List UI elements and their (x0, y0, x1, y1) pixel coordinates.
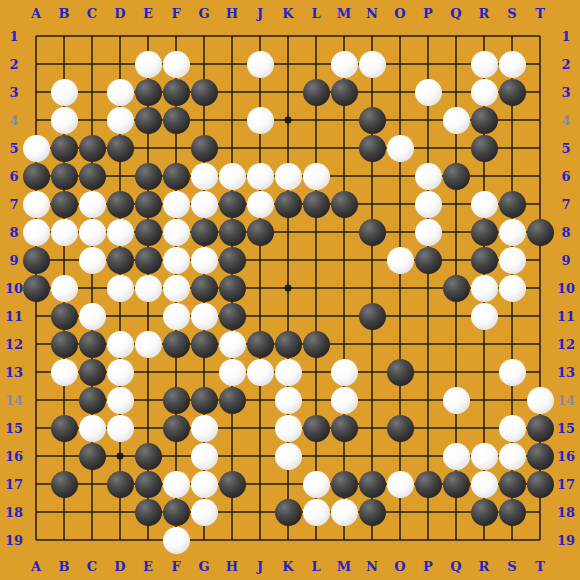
star-point-K4 (285, 117, 292, 124)
col-bottom-label-N: N (366, 560, 378, 573)
black-stone-C5 (79, 135, 106, 162)
black-stone-D17 (107, 471, 134, 498)
black-stone-J8 (247, 219, 274, 246)
white-stone-S9 (499, 247, 526, 274)
black-stone-E9 (135, 247, 162, 274)
black-stone-F15 (163, 415, 190, 442)
white-stone-P6 (415, 163, 442, 190)
black-stone-H8 (219, 219, 246, 246)
row-right-label-12: 12 (557, 338, 575, 351)
row-left-label-11: 11 (5, 310, 23, 323)
col-bottom-label-T: T (535, 560, 545, 573)
white-stone-F7 (163, 191, 190, 218)
white-stone-S16 (499, 443, 526, 470)
black-stone-C12 (79, 331, 106, 358)
black-stone-A9 (23, 247, 50, 274)
black-stone-R5 (471, 135, 498, 162)
col-bottom-label-O: O (394, 560, 405, 573)
black-stone-M17 (331, 471, 358, 498)
black-stone-S17 (499, 471, 526, 498)
row-left-label-2: 2 (9, 58, 18, 71)
col-top-label-R: R (479, 7, 490, 20)
black-stone-P17 (415, 471, 442, 498)
col-top-label-T: T (535, 7, 545, 20)
col-bottom-label-K: K (282, 560, 293, 573)
black-stone-H7 (219, 191, 246, 218)
white-stone-E2 (135, 51, 162, 78)
white-stone-R17 (471, 471, 498, 498)
white-stone-G11 (191, 303, 218, 330)
white-stone-C9 (79, 247, 106, 274)
black-stone-N4 (359, 107, 386, 134)
black-stone-D5 (107, 135, 134, 162)
row-left-label-5: 5 (9, 142, 18, 155)
row-left-label-6: 6 (9, 170, 18, 183)
black-stone-O15 (387, 415, 414, 442)
white-stone-J13 (247, 359, 274, 386)
white-stone-O17 (387, 471, 414, 498)
row-right-label-5: 5 (561, 142, 570, 155)
black-stone-L7 (303, 191, 330, 218)
black-stone-S18 (499, 499, 526, 526)
white-stone-J7 (247, 191, 274, 218)
black-stone-J12 (247, 331, 274, 358)
white-stone-B13 (51, 359, 78, 386)
black-stone-Q6 (443, 163, 470, 190)
row-right-label-3: 3 (561, 86, 570, 99)
black-stone-K7 (275, 191, 302, 218)
black-stone-G12 (191, 331, 218, 358)
black-stone-A6 (23, 163, 50, 190)
white-stone-C7 (79, 191, 106, 218)
black-stone-O13 (387, 359, 414, 386)
row-right-label-2: 2 (561, 58, 570, 71)
white-stone-D4 (107, 107, 134, 134)
star-point-D16 (117, 453, 124, 460)
row-left-label-7: 7 (9, 198, 18, 211)
black-stone-A10 (23, 275, 50, 302)
white-stone-F8 (163, 219, 190, 246)
white-stone-F17 (163, 471, 190, 498)
row-right-label-19: 19 (557, 534, 575, 547)
black-stone-B11 (51, 303, 78, 330)
black-stone-B15 (51, 415, 78, 442)
white-stone-G18 (191, 499, 218, 526)
black-stone-D7 (107, 191, 134, 218)
white-stone-L17 (303, 471, 330, 498)
white-stone-Q4 (443, 107, 470, 134)
white-stone-K15 (275, 415, 302, 442)
row-right-label-18: 18 (557, 506, 575, 519)
black-stone-F18 (163, 499, 190, 526)
row-left-label-15: 15 (5, 422, 23, 435)
black-stone-M7 (331, 191, 358, 218)
white-stone-C8 (79, 219, 106, 246)
white-stone-C15 (79, 415, 106, 442)
row-right-label-10: 10 (557, 282, 575, 295)
black-stone-F6 (163, 163, 190, 190)
black-stone-C13 (79, 359, 106, 386)
col-bottom-label-J: J (257, 560, 263, 573)
white-stone-L6 (303, 163, 330, 190)
col-top-label-Q: Q (450, 7, 461, 20)
white-stone-H12 (219, 331, 246, 358)
white-stone-M18 (331, 499, 358, 526)
black-stone-N17 (359, 471, 386, 498)
black-stone-L3 (303, 79, 330, 106)
white-stone-R7 (471, 191, 498, 218)
black-stone-B5 (51, 135, 78, 162)
white-stone-G6 (191, 163, 218, 190)
black-stone-C16 (79, 443, 106, 470)
black-stone-B7 (51, 191, 78, 218)
col-bottom-label-Q: Q (450, 560, 461, 573)
row-left-label-1: 1 (9, 30, 18, 43)
white-stone-J6 (247, 163, 274, 190)
white-stone-G7 (191, 191, 218, 218)
row-right-label-11: 11 (557, 310, 575, 323)
white-stone-T14 (527, 387, 554, 414)
col-top-label-P: P (423, 7, 433, 20)
black-stone-P9 (415, 247, 442, 274)
col-top-label-H: H (226, 7, 238, 20)
col-bottom-label-R: R (479, 560, 490, 573)
row-right-label-8: 8 (561, 226, 570, 239)
white-stone-H13 (219, 359, 246, 386)
black-stone-E17 (135, 471, 162, 498)
black-stone-T15 (527, 415, 554, 442)
white-stone-S10 (499, 275, 526, 302)
row-left-label-17: 17 (5, 478, 23, 491)
row-left-label-12: 12 (5, 338, 23, 351)
black-stone-B6 (51, 163, 78, 190)
col-top-label-M: M (337, 7, 351, 20)
black-stone-R18 (471, 499, 498, 526)
white-stone-H6 (219, 163, 246, 190)
white-stone-K6 (275, 163, 302, 190)
white-stone-D14 (107, 387, 134, 414)
white-stone-D3 (107, 79, 134, 106)
black-stone-G8 (191, 219, 218, 246)
row-right-label-13: 13 (557, 366, 575, 379)
black-stone-T8 (527, 219, 554, 246)
col-top-label-L: L (311, 7, 320, 20)
go-board[interactable]: AABBCCDDEEFFGGHHJJKKLLMMNNOOPPQQRRSSTT11… (0, 0, 580, 580)
white-stone-O9 (387, 247, 414, 274)
col-top-label-A: A (31, 7, 41, 20)
white-stone-F2 (163, 51, 190, 78)
col-top-label-K: K (282, 7, 293, 20)
white-stone-R11 (471, 303, 498, 330)
col-bottom-label-P: P (423, 560, 433, 573)
white-stone-L18 (303, 499, 330, 526)
white-stone-B4 (51, 107, 78, 134)
white-stone-D10 (107, 275, 134, 302)
white-stone-D15 (107, 415, 134, 442)
col-bottom-label-H: H (226, 560, 238, 573)
white-stone-B8 (51, 219, 78, 246)
black-stone-G10 (191, 275, 218, 302)
black-stone-H10 (219, 275, 246, 302)
white-stone-G15 (191, 415, 218, 442)
row-right-label-14: 14 (557, 394, 575, 407)
white-stone-A7 (23, 191, 50, 218)
black-stone-K12 (275, 331, 302, 358)
row-right-label-6: 6 (561, 170, 570, 183)
row-left-label-13: 13 (5, 366, 23, 379)
col-top-label-D: D (114, 7, 125, 20)
white-stone-N2 (359, 51, 386, 78)
col-bottom-label-S: S (507, 560, 516, 573)
black-stone-B12 (51, 331, 78, 358)
white-stone-P7 (415, 191, 442, 218)
col-bottom-label-B: B (59, 560, 70, 573)
white-stone-G16 (191, 443, 218, 470)
col-top-label-O: O (394, 7, 405, 20)
white-stone-C11 (79, 303, 106, 330)
white-stone-R10 (471, 275, 498, 302)
white-stone-D8 (107, 219, 134, 246)
star-point-K10 (285, 285, 292, 292)
col-bottom-label-D: D (114, 560, 125, 573)
white-stone-B3 (51, 79, 78, 106)
black-stone-Q17 (443, 471, 470, 498)
black-stone-E7 (135, 191, 162, 218)
white-stone-F11 (163, 303, 190, 330)
col-top-label-J: J (257, 7, 263, 20)
row-right-label-1: 1 (561, 30, 570, 43)
col-bottom-label-F: F (171, 560, 180, 573)
white-stone-P3 (415, 79, 442, 106)
black-stone-S3 (499, 79, 526, 106)
row-right-label-16: 16 (557, 450, 575, 463)
white-stone-O5 (387, 135, 414, 162)
col-bottom-label-M: M (337, 560, 351, 573)
col-bottom-label-C: C (87, 560, 97, 573)
row-left-label-16: 16 (5, 450, 23, 463)
white-stone-J4 (247, 107, 274, 134)
black-stone-M3 (331, 79, 358, 106)
black-stone-F14 (163, 387, 190, 414)
row-left-label-3: 3 (9, 86, 18, 99)
black-stone-N11 (359, 303, 386, 330)
white-stone-Q14 (443, 387, 470, 414)
row-right-label-9: 9 (561, 254, 570, 267)
black-stone-T16 (527, 443, 554, 470)
white-stone-F19 (163, 527, 190, 554)
black-stone-F12 (163, 331, 190, 358)
black-stone-R4 (471, 107, 498, 134)
white-stone-F10 (163, 275, 190, 302)
row-right-label-7: 7 (561, 198, 570, 211)
black-stone-L15 (303, 415, 330, 442)
row-left-label-8: 8 (9, 226, 18, 239)
col-top-label-B: B (59, 7, 70, 20)
white-stone-E10 (135, 275, 162, 302)
row-left-label-10: 10 (5, 282, 23, 295)
white-stone-A5 (23, 135, 50, 162)
col-top-label-E: E (143, 7, 153, 20)
white-stone-D13 (107, 359, 134, 386)
col-top-label-F: F (171, 7, 180, 20)
black-stone-F4 (163, 107, 190, 134)
black-stone-H9 (219, 247, 246, 274)
white-stone-S15 (499, 415, 526, 442)
black-stone-C6 (79, 163, 106, 190)
black-stone-R9 (471, 247, 498, 274)
black-stone-S7 (499, 191, 526, 218)
col-top-label-G: G (198, 7, 209, 20)
white-stone-E12 (135, 331, 162, 358)
white-stone-F9 (163, 247, 190, 274)
row-left-label-4: 4 (9, 114, 18, 127)
black-stone-N5 (359, 135, 386, 162)
black-stone-H17 (219, 471, 246, 498)
row-left-label-18: 18 (5, 506, 23, 519)
black-stone-G14 (191, 387, 218, 414)
black-stone-G5 (191, 135, 218, 162)
white-stone-P8 (415, 219, 442, 246)
white-stone-D12 (107, 331, 134, 358)
white-stone-S8 (499, 219, 526, 246)
white-stone-G17 (191, 471, 218, 498)
black-stone-G3 (191, 79, 218, 106)
white-stone-K16 (275, 443, 302, 470)
black-stone-R8 (471, 219, 498, 246)
row-right-label-17: 17 (557, 478, 575, 491)
row-left-label-19: 19 (5, 534, 23, 547)
black-stone-T17 (527, 471, 554, 498)
black-stone-M15 (331, 415, 358, 442)
black-stone-Q10 (443, 275, 470, 302)
row-right-label-4: 4 (561, 114, 570, 127)
white-stone-K13 (275, 359, 302, 386)
col-bottom-label-L: L (311, 560, 320, 573)
white-stone-R16 (471, 443, 498, 470)
black-stone-N8 (359, 219, 386, 246)
col-bottom-label-G: G (198, 560, 209, 573)
white-stone-A8 (23, 219, 50, 246)
white-stone-M2 (331, 51, 358, 78)
row-right-label-15: 15 (557, 422, 575, 435)
black-stone-H14 (219, 387, 246, 414)
white-stone-M13 (331, 359, 358, 386)
white-stone-Q16 (443, 443, 470, 470)
black-stone-E16 (135, 443, 162, 470)
black-stone-L12 (303, 331, 330, 358)
white-stone-K14 (275, 387, 302, 414)
black-stone-E18 (135, 499, 162, 526)
white-stone-R2 (471, 51, 498, 78)
row-left-label-14: 14 (5, 394, 23, 407)
col-bottom-label-A: A (31, 560, 41, 573)
col-top-label-S: S (507, 7, 516, 20)
row-left-label-9: 9 (9, 254, 18, 267)
black-stone-E8 (135, 219, 162, 246)
col-top-label-N: N (366, 7, 378, 20)
white-stone-J2 (247, 51, 274, 78)
white-stone-G9 (191, 247, 218, 274)
black-stone-B17 (51, 471, 78, 498)
white-stone-R3 (471, 79, 498, 106)
black-stone-H11 (219, 303, 246, 330)
col-bottom-label-E: E (143, 560, 153, 573)
col-top-label-C: C (87, 7, 97, 20)
white-stone-S13 (499, 359, 526, 386)
white-stone-B10 (51, 275, 78, 302)
black-stone-E6 (135, 163, 162, 190)
black-stone-D9 (107, 247, 134, 274)
black-stone-C14 (79, 387, 106, 414)
black-stone-N18 (359, 499, 386, 526)
black-stone-E3 (135, 79, 162, 106)
white-stone-M14 (331, 387, 358, 414)
black-stone-K18 (275, 499, 302, 526)
black-stone-E4 (135, 107, 162, 134)
black-stone-F3 (163, 79, 190, 106)
white-stone-S2 (499, 51, 526, 78)
